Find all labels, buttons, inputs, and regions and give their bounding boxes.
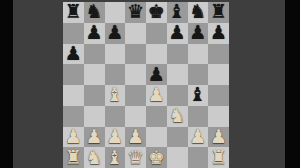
square-d2[interactable]: ♟ <box>125 127 146 148</box>
square-f2[interactable] <box>167 127 188 148</box>
square-f4[interactable] <box>167 85 188 106</box>
square-d3[interactable] <box>125 106 146 127</box>
square-b1[interactable]: ♞ <box>84 147 105 168</box>
square-a4[interactable] <box>63 85 84 106</box>
square-g5[interactable] <box>188 64 209 85</box>
square-c4[interactable]: ♝ <box>105 85 126 106</box>
square-h5[interactable] <box>208 64 229 85</box>
piece-white-queen[interactable]: ♛ <box>127 147 144 167</box>
square-g3[interactable] <box>188 106 209 127</box>
piece-white-pawn[interactable]: ♟ <box>65 126 82 146</box>
piece-white-pawn[interactable]: ♟ <box>86 126 103 146</box>
square-a8[interactable]: ♜ <box>63 2 84 23</box>
piece-black-pawn[interactable]: ♟ <box>148 64 165 84</box>
piece-black-rook[interactable]: ♜ <box>210 1 227 21</box>
square-e3[interactable] <box>146 106 167 127</box>
piece-white-king[interactable]: ♚ <box>148 147 165 167</box>
square-c8[interactable] <box>105 2 126 23</box>
square-c6[interactable] <box>105 44 126 65</box>
square-c5[interactable] <box>105 64 126 85</box>
square-f1[interactable] <box>167 147 188 168</box>
square-c2[interactable]: ♟ <box>105 127 126 148</box>
piece-black-knight[interactable]: ♞ <box>86 1 103 21</box>
chess-board[interactable]: ♜♞♛♚♝♞♜♟♟♟♟♟♟♟♝♟♝♞♟♟♟♟♟♟♜♞♝♛♚♜ <box>63 2 229 168</box>
square-b6[interactable] <box>84 44 105 65</box>
piece-black-knight[interactable]: ♞ <box>189 1 206 21</box>
square-b7[interactable]: ♟ <box>84 23 105 44</box>
square-e4[interactable]: ♟ <box>146 85 167 106</box>
square-g7[interactable]: ♟ <box>188 23 209 44</box>
square-c7[interactable]: ♟ <box>105 23 126 44</box>
square-a3[interactable] <box>63 106 84 127</box>
square-d5[interactable] <box>125 64 146 85</box>
square-f6[interactable] <box>167 44 188 65</box>
piece-white-bishop[interactable]: ♝ <box>106 84 123 104</box>
square-f3[interactable]: ♞ <box>167 106 188 127</box>
square-e7[interactable] <box>146 23 167 44</box>
left-black-bar <box>0 0 13 168</box>
square-b5[interactable] <box>84 64 105 85</box>
piece-white-bishop[interactable]: ♝ <box>106 147 123 167</box>
piece-black-pawn[interactable]: ♟ <box>106 22 123 42</box>
square-f5[interactable] <box>167 64 188 85</box>
square-c1[interactable]: ♝ <box>105 147 126 168</box>
square-g2[interactable]: ♟ <box>188 127 209 148</box>
square-e5[interactable]: ♟ <box>146 64 167 85</box>
square-a2[interactable]: ♟ <box>63 127 84 148</box>
screenshot-canvas: ♜♞♛♚♝♞♜♟♟♟♟♟♟♟♝♟♝♞♟♟♟♟♟♟♜♞♝♛♚♜ <box>0 0 300 168</box>
square-d1[interactable]: ♛ <box>125 147 146 168</box>
square-e1[interactable]: ♚ <box>146 147 167 168</box>
piece-black-king[interactable]: ♚ <box>148 1 165 21</box>
square-h6[interactable] <box>208 44 229 65</box>
square-e6[interactable] <box>146 44 167 65</box>
square-h8[interactable]: ♜ <box>208 2 229 23</box>
square-h3[interactable] <box>208 106 229 127</box>
square-e2[interactable] <box>146 127 167 148</box>
square-b8[interactable]: ♞ <box>84 2 105 23</box>
piece-white-rook[interactable]: ♜ <box>65 147 82 167</box>
square-b2[interactable]: ♟ <box>84 127 105 148</box>
piece-black-rook[interactable]: ♜ <box>65 1 82 21</box>
piece-black-pawn[interactable]: ♟ <box>210 22 227 42</box>
square-d8[interactable]: ♛ <box>125 2 146 23</box>
square-h2[interactable]: ♟ <box>208 127 229 148</box>
square-a1[interactable]: ♜ <box>63 147 84 168</box>
square-g6[interactable] <box>188 44 209 65</box>
square-e8[interactable]: ♚ <box>146 2 167 23</box>
square-a7[interactable] <box>63 23 84 44</box>
piece-white-knight[interactable]: ♞ <box>169 105 186 125</box>
square-d4[interactable] <box>125 85 146 106</box>
square-h4[interactable] <box>208 85 229 106</box>
piece-white-pawn[interactable]: ♟ <box>189 126 206 146</box>
square-b4[interactable] <box>84 85 105 106</box>
square-f7[interactable]: ♟ <box>167 23 188 44</box>
piece-white-pawn[interactable]: ♟ <box>127 126 144 146</box>
square-d7[interactable] <box>125 23 146 44</box>
square-h1[interactable]: ♜ <box>208 147 229 168</box>
piece-white-pawn[interactable]: ♟ <box>148 84 165 104</box>
square-g4[interactable]: ♝ <box>188 85 209 106</box>
square-h7[interactable]: ♟ <box>208 23 229 44</box>
square-b3[interactable] <box>84 106 105 127</box>
piece-white-knight[interactable]: ♞ <box>86 147 103 167</box>
piece-black-bishop[interactable]: ♝ <box>169 1 186 21</box>
piece-black-bishop[interactable]: ♝ <box>189 84 206 104</box>
piece-black-pawn[interactable]: ♟ <box>169 22 186 42</box>
piece-black-pawn[interactable]: ♟ <box>86 22 103 42</box>
square-d6[interactable] <box>125 44 146 65</box>
piece-white-pawn[interactable]: ♟ <box>106 126 123 146</box>
square-a6[interactable]: ♟ <box>63 44 84 65</box>
piece-white-rook[interactable]: ♜ <box>210 147 227 167</box>
piece-black-queen[interactable]: ♛ <box>127 1 144 21</box>
right-black-bar <box>285 0 300 168</box>
square-a5[interactable] <box>63 64 84 85</box>
piece-white-pawn[interactable]: ♟ <box>210 126 227 146</box>
square-g8[interactable]: ♞ <box>188 2 209 23</box>
square-f8[interactable]: ♝ <box>167 2 188 23</box>
square-g1[interactable] <box>188 147 209 168</box>
piece-black-pawn[interactable]: ♟ <box>189 22 206 42</box>
square-c3[interactable] <box>105 106 126 127</box>
piece-black-pawn[interactable]: ♟ <box>65 43 82 63</box>
